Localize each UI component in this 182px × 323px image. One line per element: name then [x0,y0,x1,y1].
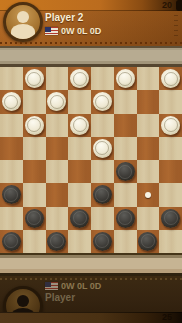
us-flag-icon [45,282,58,290]
board-square[interactable] [68,160,91,183]
board-square[interactable] [159,114,182,137]
board-square[interactable] [91,114,114,137]
board-square[interactable] [0,207,23,230]
board-square[interactable] [23,67,46,90]
white-piece[interactable] [25,116,44,135]
black-piece[interactable] [2,232,21,251]
bottom-player-record-row: 0W 0L 0D [45,281,101,291]
black-piece[interactable] [25,209,44,228]
board-square[interactable] [137,207,160,230]
board-square[interactable] [68,230,91,253]
board-square[interactable] [23,183,46,206]
board-square[interactable] [114,67,137,90]
white-piece[interactable] [2,92,21,111]
black-piece[interactable] [93,185,112,204]
board-square[interactable] [0,67,23,90]
board-square[interactable] [23,230,46,253]
board-square[interactable] [46,67,69,90]
white-piece[interactable] [25,69,44,88]
avatar-head-shape [17,295,29,307]
top-timer-value: 20 [162,0,172,11]
board-square[interactable] [68,67,91,90]
board-square[interactable] [0,230,23,253]
board-square[interactable] [0,114,23,137]
board-square[interactable] [91,230,114,253]
white-piece[interactable] [161,116,180,135]
board-frame-bottom [0,253,182,276]
black-piece[interactable] [138,232,157,251]
board-square[interactable] [159,137,182,160]
bottom-player-record: 0W 0L 0D [61,281,101,291]
board-square[interactable] [114,160,137,183]
top-timer-bar-end [176,0,182,11]
top-player-record-row: 0W 0L 0D [45,26,101,36]
checkers-board[interactable] [0,67,182,253]
bottom-timer-bar [0,312,182,323]
top-panel-stitch-line [0,42,182,44]
board-square[interactable] [137,67,160,90]
board-square[interactable] [159,67,182,90]
board-square[interactable] [46,183,69,206]
board-square[interactable] [137,90,160,113]
board-square[interactable] [23,160,46,183]
white-piece[interactable] [70,116,89,135]
bottom-timer-value: 25 [162,312,172,323]
board-square[interactable] [159,207,182,230]
board-square[interactable] [68,207,91,230]
board-square[interactable] [159,90,182,113]
board-square[interactable] [46,90,69,113]
board-square[interactable] [91,160,114,183]
board-square[interactable] [46,137,69,160]
bottom-panel-stitch-line [0,278,182,280]
board-square[interactable] [114,90,137,113]
top-player-avatar-icon [3,2,43,42]
board-square[interactable] [137,183,160,206]
us-flag-icon [45,27,58,35]
white-piece[interactable] [116,69,135,88]
top-player-panel: 20 Player 2 0W 0L 0D [0,0,182,46]
board-square[interactable] [68,183,91,206]
board-square[interactable] [68,137,91,160]
board-square[interactable] [68,114,91,137]
board-square[interactable] [91,67,114,90]
board-square[interactable] [46,230,69,253]
avatar-shoulders-shape [11,24,35,40]
board-square[interactable] [23,90,46,113]
board-square[interactable] [23,137,46,160]
top-panel-side-stitch [174,15,178,37]
board-square[interactable] [23,207,46,230]
board-square[interactable] [137,137,160,160]
avatar-head-shape [17,11,29,23]
board-square[interactable] [114,114,137,137]
black-piece[interactable] [47,232,66,251]
black-piece[interactable] [70,209,89,228]
board-square[interactable] [0,90,23,113]
board-square[interactable] [46,160,69,183]
black-piece[interactable] [2,185,21,204]
board-square[interactable] [68,90,91,113]
board-square[interactable] [114,183,137,206]
board-square[interactable] [114,207,137,230]
white-piece[interactable] [47,92,66,111]
bottom-player-panel: 0W 0L 0D Player 25 [0,276,182,323]
board-square[interactable] [91,183,114,206]
white-piece[interactable] [93,92,112,111]
board-square[interactable] [23,114,46,137]
white-piece[interactable] [93,139,112,158]
board-square[interactable] [137,160,160,183]
board-square[interactable] [46,207,69,230]
board-square[interactable] [137,114,160,137]
board-square[interactable] [114,137,137,160]
board-square[interactable] [91,90,114,113]
board-square[interactable] [0,160,23,183]
move-indicator-dot[interactable] [145,192,151,198]
black-piece[interactable] [161,209,180,228]
board-frame-top [0,46,182,67]
board-square[interactable] [159,230,182,253]
top-player-record: 0W 0L 0D [61,26,101,36]
board-square[interactable] [0,137,23,160]
white-piece[interactable] [161,69,180,88]
black-piece[interactable] [93,232,112,251]
bottom-player-name: Player [45,292,75,303]
white-piece[interactable] [70,69,89,88]
board-square[interactable] [0,183,23,206]
board-square[interactable] [46,114,69,137]
black-piece[interactable] [116,209,135,228]
black-piece[interactable] [116,162,135,181]
board-square[interactable] [159,160,182,183]
top-player-name: Player 2 [45,12,83,23]
board-square[interactable] [137,230,160,253]
board-square[interactable] [91,137,114,160]
board-square[interactable] [114,230,137,253]
board-square[interactable] [159,183,182,206]
checkers-app-screen: 20 Player 2 0W 0L 0D 0W 0L 0D Player 25 [0,0,182,323]
board-square[interactable] [91,207,114,230]
